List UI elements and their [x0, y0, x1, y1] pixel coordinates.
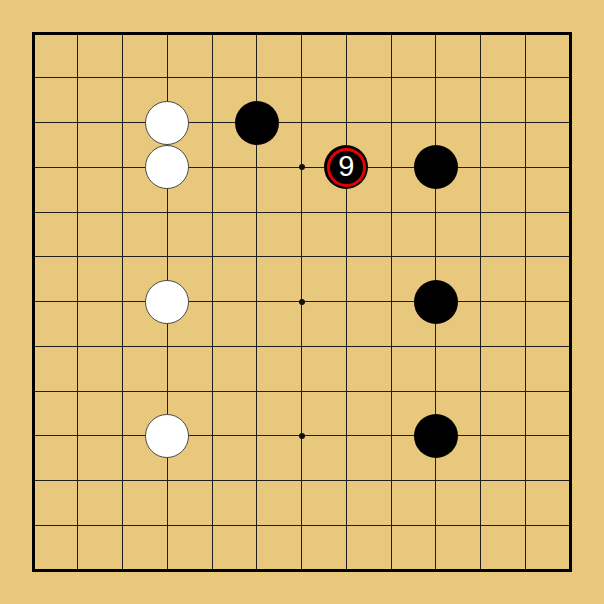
black-stone [414, 414, 458, 458]
go-board[interactable]: 9 [0, 0, 604, 604]
white-stone [145, 145, 189, 189]
white-stone [145, 101, 189, 145]
black-stone [414, 145, 458, 189]
black-stone: 9 [324, 145, 368, 189]
white-stone [145, 280, 189, 324]
black-stone [414, 280, 458, 324]
white-stone [145, 414, 189, 458]
black-stone [235, 101, 279, 145]
move-number-label: 9 [338, 152, 354, 181]
stones-layer: 9 [11, 11, 593, 593]
